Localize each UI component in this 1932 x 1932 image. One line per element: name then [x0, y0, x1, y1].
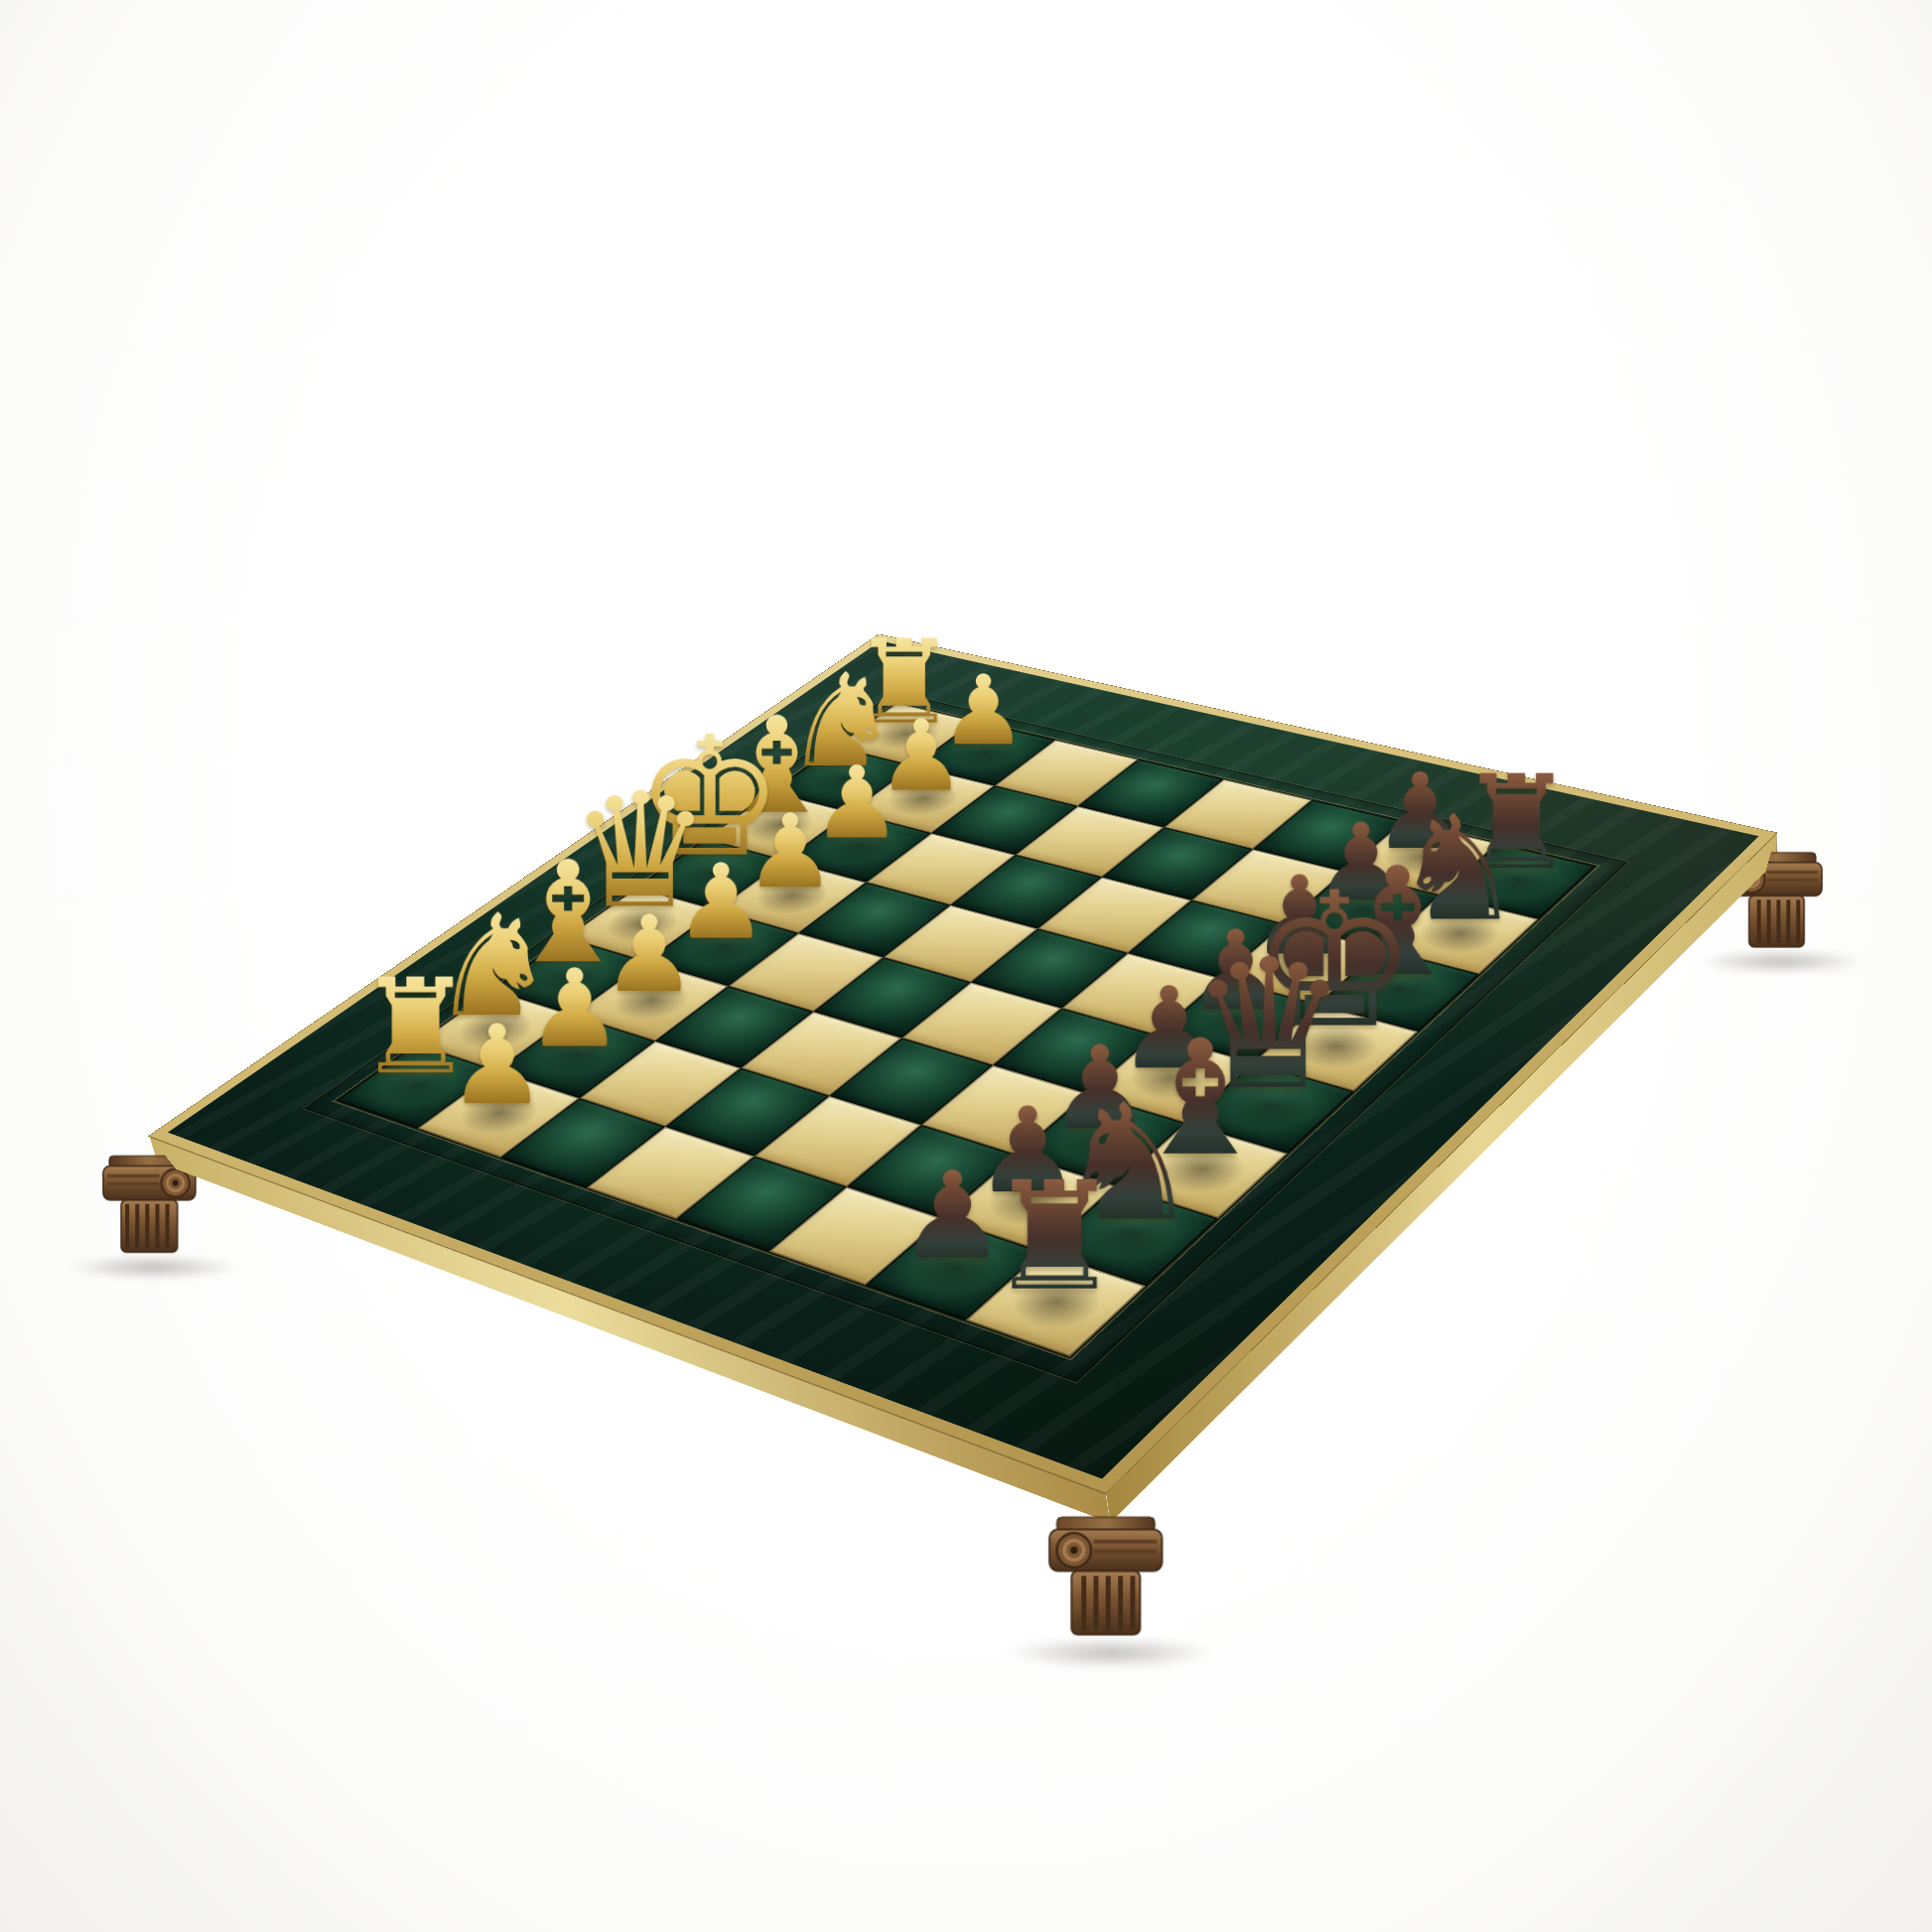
square-c5 — [829, 1038, 993, 1125]
ionic-column-foot-icon — [1727, 845, 1826, 955]
chess-board: ♜♜♟♟♟♟♜♜♞♞♟♟♟♟♞♞♝♝♟♟♟♟♝♝♚♚♟♟♟♟♚♚♛♛♟♟♟♟♛♛… — [149, 634, 1776, 1493]
piece-glyph: ♟ — [448, 1011, 546, 1121]
ionic-column-foot-icon — [1044, 1507, 1167, 1644]
studio-photo-scene: ♜♜♟♟♟♟♜♜♞♞♟♟♟♟♞♞♝♝♟♟♟♟♝♝♚♚♟♟♟♟♚♚♛♛♟♟♟♟♛♛… — [0, 0, 1932, 1932]
piece-glyph: ♜ — [987, 1162, 1122, 1311]
